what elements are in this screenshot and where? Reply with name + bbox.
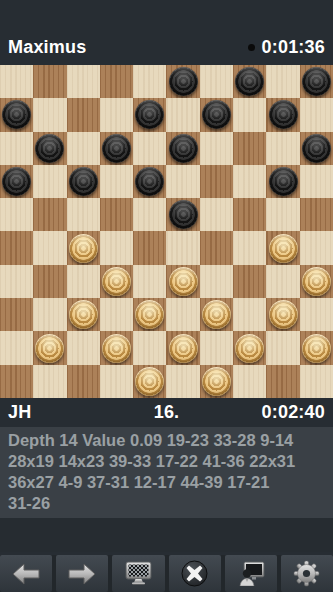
board-square-light xyxy=(233,231,266,264)
board-square-35[interactable] xyxy=(300,265,333,298)
board-square-15[interactable] xyxy=(300,132,333,165)
board-square-light xyxy=(300,165,333,198)
board-square-37[interactable] xyxy=(67,298,100,331)
white-man-square-40[interactable] xyxy=(269,300,298,329)
board-square-38[interactable] xyxy=(133,298,166,331)
board-square-light xyxy=(266,198,299,231)
board-square-light xyxy=(100,231,133,264)
board-square-light xyxy=(233,298,266,331)
board-square-light xyxy=(233,365,266,398)
cross-circle-icon xyxy=(181,560,208,587)
board-square-light xyxy=(133,132,166,165)
board-square-49[interactable] xyxy=(200,365,233,398)
board-square-light xyxy=(266,132,299,165)
board-square-32[interactable] xyxy=(100,265,133,298)
board-square-light xyxy=(33,365,66,398)
board-square-light xyxy=(33,231,66,264)
settings-button[interactable] xyxy=(281,555,333,592)
board-square-light xyxy=(200,65,233,98)
board-square-light xyxy=(166,165,199,198)
white-man-square-39[interactable] xyxy=(202,300,231,329)
board-square-5[interactable] xyxy=(300,65,333,98)
board-square-21[interactable] xyxy=(33,198,66,231)
engine-analysis-panel: Depth 14 Value 0.09 19-23 33-28 9-14 28x… xyxy=(0,427,333,518)
board-square-42[interactable] xyxy=(100,331,133,364)
white-man-square-48[interactable] xyxy=(135,367,164,396)
black-man-square-15[interactable] xyxy=(302,134,331,163)
top-player-clock: 0:01:36 xyxy=(262,37,325,58)
analysis-line: Depth 14 Value 0.09 19-23 33-28 9-14 xyxy=(8,430,325,451)
board-square-light xyxy=(67,331,100,364)
board-square-29[interactable] xyxy=(200,231,233,264)
board-square-46[interactable] xyxy=(0,365,33,398)
board-square-light xyxy=(300,231,333,264)
white-man-square-33[interactable] xyxy=(169,267,198,296)
move-number: 16. xyxy=(0,402,333,423)
black-man-square-11[interactable] xyxy=(35,134,64,163)
board-square-20[interactable] xyxy=(266,165,299,198)
board-square-light xyxy=(200,331,233,364)
arrow-left-icon xyxy=(11,563,41,585)
board-square-light xyxy=(266,265,299,298)
board-square-light xyxy=(33,298,66,331)
board-square-17[interactable] xyxy=(67,165,100,198)
empty-area xyxy=(0,518,333,552)
board-square-light xyxy=(233,165,266,198)
board-square-light xyxy=(133,265,166,298)
top-clock-wrap: 0:01:36 xyxy=(248,37,325,58)
board-square-light xyxy=(67,198,100,231)
board-square-1[interactable] xyxy=(33,65,66,98)
board-square-12[interactable] xyxy=(100,132,133,165)
board-square-light xyxy=(0,132,33,165)
board-square-light xyxy=(166,231,199,264)
board-square-light xyxy=(300,365,333,398)
board-square-33[interactable] xyxy=(166,265,199,298)
white-man-square-43[interactable] xyxy=(169,334,198,363)
board-square-50[interactable] xyxy=(266,365,299,398)
monitor-checkerboard-icon xyxy=(125,561,152,586)
board-square-31[interactable] xyxy=(33,265,66,298)
white-man-square-44[interactable] xyxy=(235,334,264,363)
top-player-bar: Maximus 0:01:36 xyxy=(0,0,333,65)
black-man-square-4[interactable] xyxy=(235,67,264,96)
board-square-light xyxy=(100,165,133,198)
board-square-light xyxy=(33,98,66,131)
black-man-square-6[interactable] xyxy=(2,100,31,129)
board-square-24[interactable] xyxy=(233,198,266,231)
white-man-square-35[interactable] xyxy=(302,267,331,296)
board-square-6[interactable] xyxy=(0,98,33,131)
board-square-light xyxy=(200,198,233,231)
board-square-8[interactable] xyxy=(133,98,166,131)
board-square-light xyxy=(33,165,66,198)
board-square-41[interactable] xyxy=(33,331,66,364)
board-square-light xyxy=(266,331,299,364)
back-button[interactable] xyxy=(0,555,52,592)
forward-button[interactable] xyxy=(56,555,108,592)
board-square-28[interactable] xyxy=(133,231,166,264)
board-square-light xyxy=(300,298,333,331)
board-square-47[interactable] xyxy=(67,365,100,398)
top-player-name: Maximus xyxy=(8,37,86,58)
board-square-light xyxy=(0,265,33,298)
black-man-square-17[interactable] xyxy=(69,167,98,196)
board-square-27[interactable] xyxy=(67,231,100,264)
board-square-light xyxy=(166,365,199,398)
analysis-line: 28x19 14x23 39-33 17-22 41-36 22x31 xyxy=(8,451,325,472)
board-square-44[interactable] xyxy=(233,331,266,364)
black-man-square-18[interactable] xyxy=(135,167,164,196)
board-square-2[interactable] xyxy=(100,65,133,98)
black-man-square-16[interactable] xyxy=(2,167,31,196)
person-monitor-icon xyxy=(237,561,265,586)
board-square-43[interactable] xyxy=(166,331,199,364)
board-square-3[interactable] xyxy=(166,65,199,98)
board-square-light xyxy=(67,65,100,98)
bottom-player-bar: JH 16. 0:02:40 xyxy=(0,398,333,427)
board-square-light xyxy=(67,265,100,298)
black-man-square-13[interactable] xyxy=(169,134,198,163)
board-square-light xyxy=(100,365,133,398)
analysis-line: 31-26 xyxy=(8,493,325,514)
board-square-light xyxy=(200,132,233,165)
board-square-25[interactable] xyxy=(300,198,333,231)
black-man-square-9[interactable] xyxy=(202,100,231,129)
white-man-square-49[interactable] xyxy=(202,367,231,396)
board-square-18[interactable] xyxy=(133,165,166,198)
board-square-26[interactable] xyxy=(0,231,33,264)
board-square-light xyxy=(166,98,199,131)
draughts-board[interactable] xyxy=(0,65,333,398)
engine-analysis-button[interactable] xyxy=(112,555,164,592)
board-square-light xyxy=(133,331,166,364)
board-square-34[interactable] xyxy=(233,265,266,298)
white-man-square-38[interactable] xyxy=(135,300,164,329)
board-square-4[interactable] xyxy=(233,65,266,98)
board-square-48[interactable] xyxy=(133,365,166,398)
board-square-45[interactable] xyxy=(300,331,333,364)
board-square-light xyxy=(233,98,266,131)
white-man-square-30[interactable] xyxy=(269,234,298,263)
white-man-square-32[interactable] xyxy=(102,267,131,296)
board-square-light xyxy=(67,132,100,165)
board-square-19[interactable] xyxy=(200,165,233,198)
board-square-9[interactable] xyxy=(200,98,233,131)
board-square-40[interactable] xyxy=(266,298,299,331)
white-man-square-37[interactable] xyxy=(69,300,98,329)
arrow-right-icon xyxy=(67,563,97,585)
board-square-light xyxy=(133,198,166,231)
board-square-light xyxy=(0,65,33,98)
white-man-square-27[interactable] xyxy=(69,234,98,263)
black-man-square-3[interactable] xyxy=(169,67,198,96)
board-square-16[interactable] xyxy=(0,165,33,198)
app-window: Maximus 0:01:36 JH 16. 0:02:40 Depth 14 … xyxy=(0,0,333,592)
board-square-light xyxy=(0,331,33,364)
black-man-square-5[interactable] xyxy=(302,67,331,96)
board-square-light xyxy=(200,265,233,298)
black-man-square-23[interactable] xyxy=(169,200,198,229)
board-square-11[interactable] xyxy=(33,132,66,165)
black-man-square-10[interactable] xyxy=(269,100,298,129)
gear-icon xyxy=(293,560,320,587)
stop-button[interactable] xyxy=(169,555,221,592)
board-square-36[interactable] xyxy=(0,298,33,331)
board-square-39[interactable] xyxy=(200,298,233,331)
black-man-square-20[interactable] xyxy=(269,167,298,196)
board-square-30[interactable] xyxy=(266,231,299,264)
board-square-13[interactable] xyxy=(166,132,199,165)
board-square-7[interactable] xyxy=(67,98,100,131)
white-man-square-42[interactable] xyxy=(102,334,131,363)
board-square-light xyxy=(300,98,333,131)
white-man-square-41[interactable] xyxy=(35,334,64,363)
play-vs-computer-button[interactable] xyxy=(225,555,277,592)
board-square-light xyxy=(0,198,33,231)
toolbar xyxy=(0,552,333,592)
white-man-square-45[interactable] xyxy=(302,334,331,363)
black-man-square-8[interactable] xyxy=(135,100,164,129)
board-square-23[interactable] xyxy=(166,198,199,231)
turn-indicator-dot xyxy=(248,44,255,51)
board-square-14[interactable] xyxy=(233,132,266,165)
board-square-22[interactable] xyxy=(100,198,133,231)
board-square-10[interactable] xyxy=(266,98,299,131)
black-man-square-12[interactable] xyxy=(102,134,131,163)
board-square-light xyxy=(100,298,133,331)
board-square-light xyxy=(133,65,166,98)
analysis-line: 36x27 4-9 37-31 12-17 44-39 17-21 xyxy=(8,472,325,493)
board-square-light xyxy=(266,65,299,98)
board-square-light xyxy=(100,98,133,131)
board-square-light xyxy=(166,298,199,331)
